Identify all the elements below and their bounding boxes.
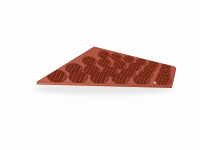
madeleine-mold-photo xyxy=(0,0,200,150)
product-photo xyxy=(0,0,200,150)
hanging-hole xyxy=(154,81,156,83)
